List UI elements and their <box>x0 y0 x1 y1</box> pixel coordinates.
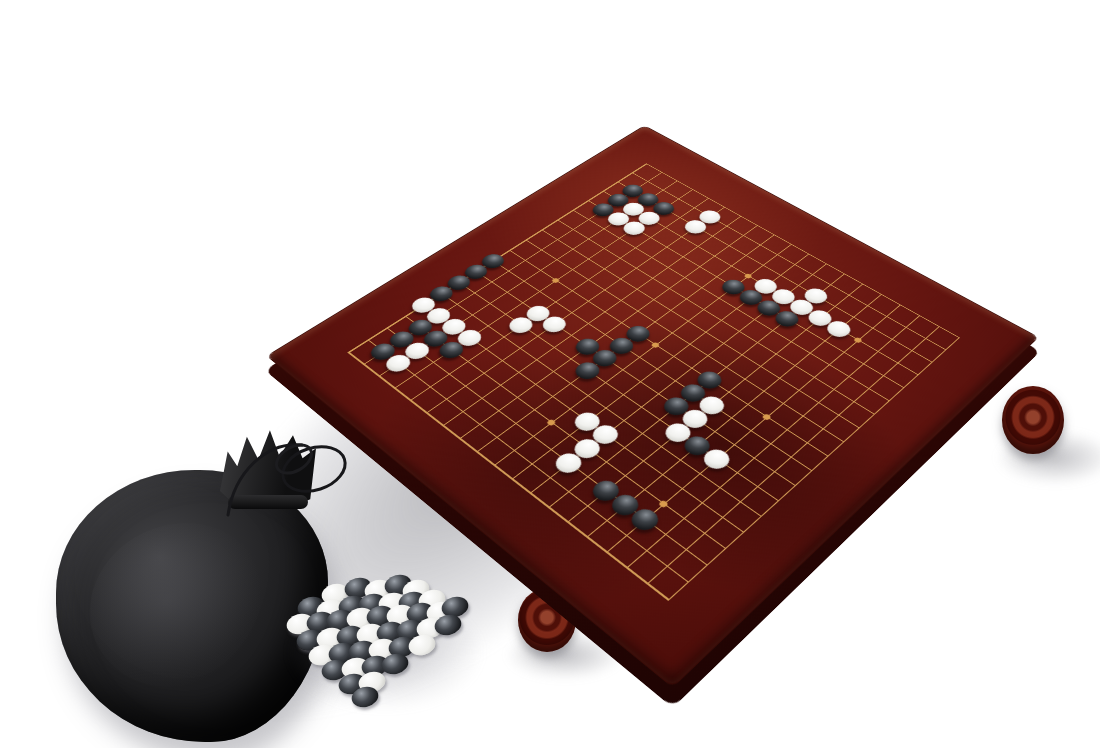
star-point <box>743 273 752 279</box>
white-stone <box>551 450 587 477</box>
black-stone <box>571 359 604 382</box>
star-point <box>446 347 456 354</box>
star-point <box>546 419 557 427</box>
star-point <box>853 337 863 344</box>
black-stone <box>659 394 693 419</box>
black-stone <box>680 433 715 459</box>
black-stone <box>571 335 604 358</box>
black-stone <box>676 381 710 405</box>
black-stone <box>588 347 621 370</box>
black-stone <box>693 368 726 392</box>
star-point <box>761 413 771 421</box>
product-photo-scene <box>0 0 1100 748</box>
black-stone <box>607 491 644 520</box>
white-stone <box>570 436 605 462</box>
white-stone <box>588 422 623 448</box>
white-stone <box>695 393 729 418</box>
white-stone <box>661 420 696 446</box>
star-point <box>658 500 669 509</box>
drawstring <box>198 415 368 540</box>
white-stone <box>570 409 604 434</box>
black-stone <box>588 477 624 505</box>
star-point <box>551 277 560 283</box>
white-stone <box>382 352 415 375</box>
star-point <box>650 342 660 349</box>
black-stone <box>626 505 663 534</box>
scroll-foot-right <box>1002 386 1064 454</box>
white-stone <box>678 406 712 431</box>
white-stone <box>699 446 734 473</box>
